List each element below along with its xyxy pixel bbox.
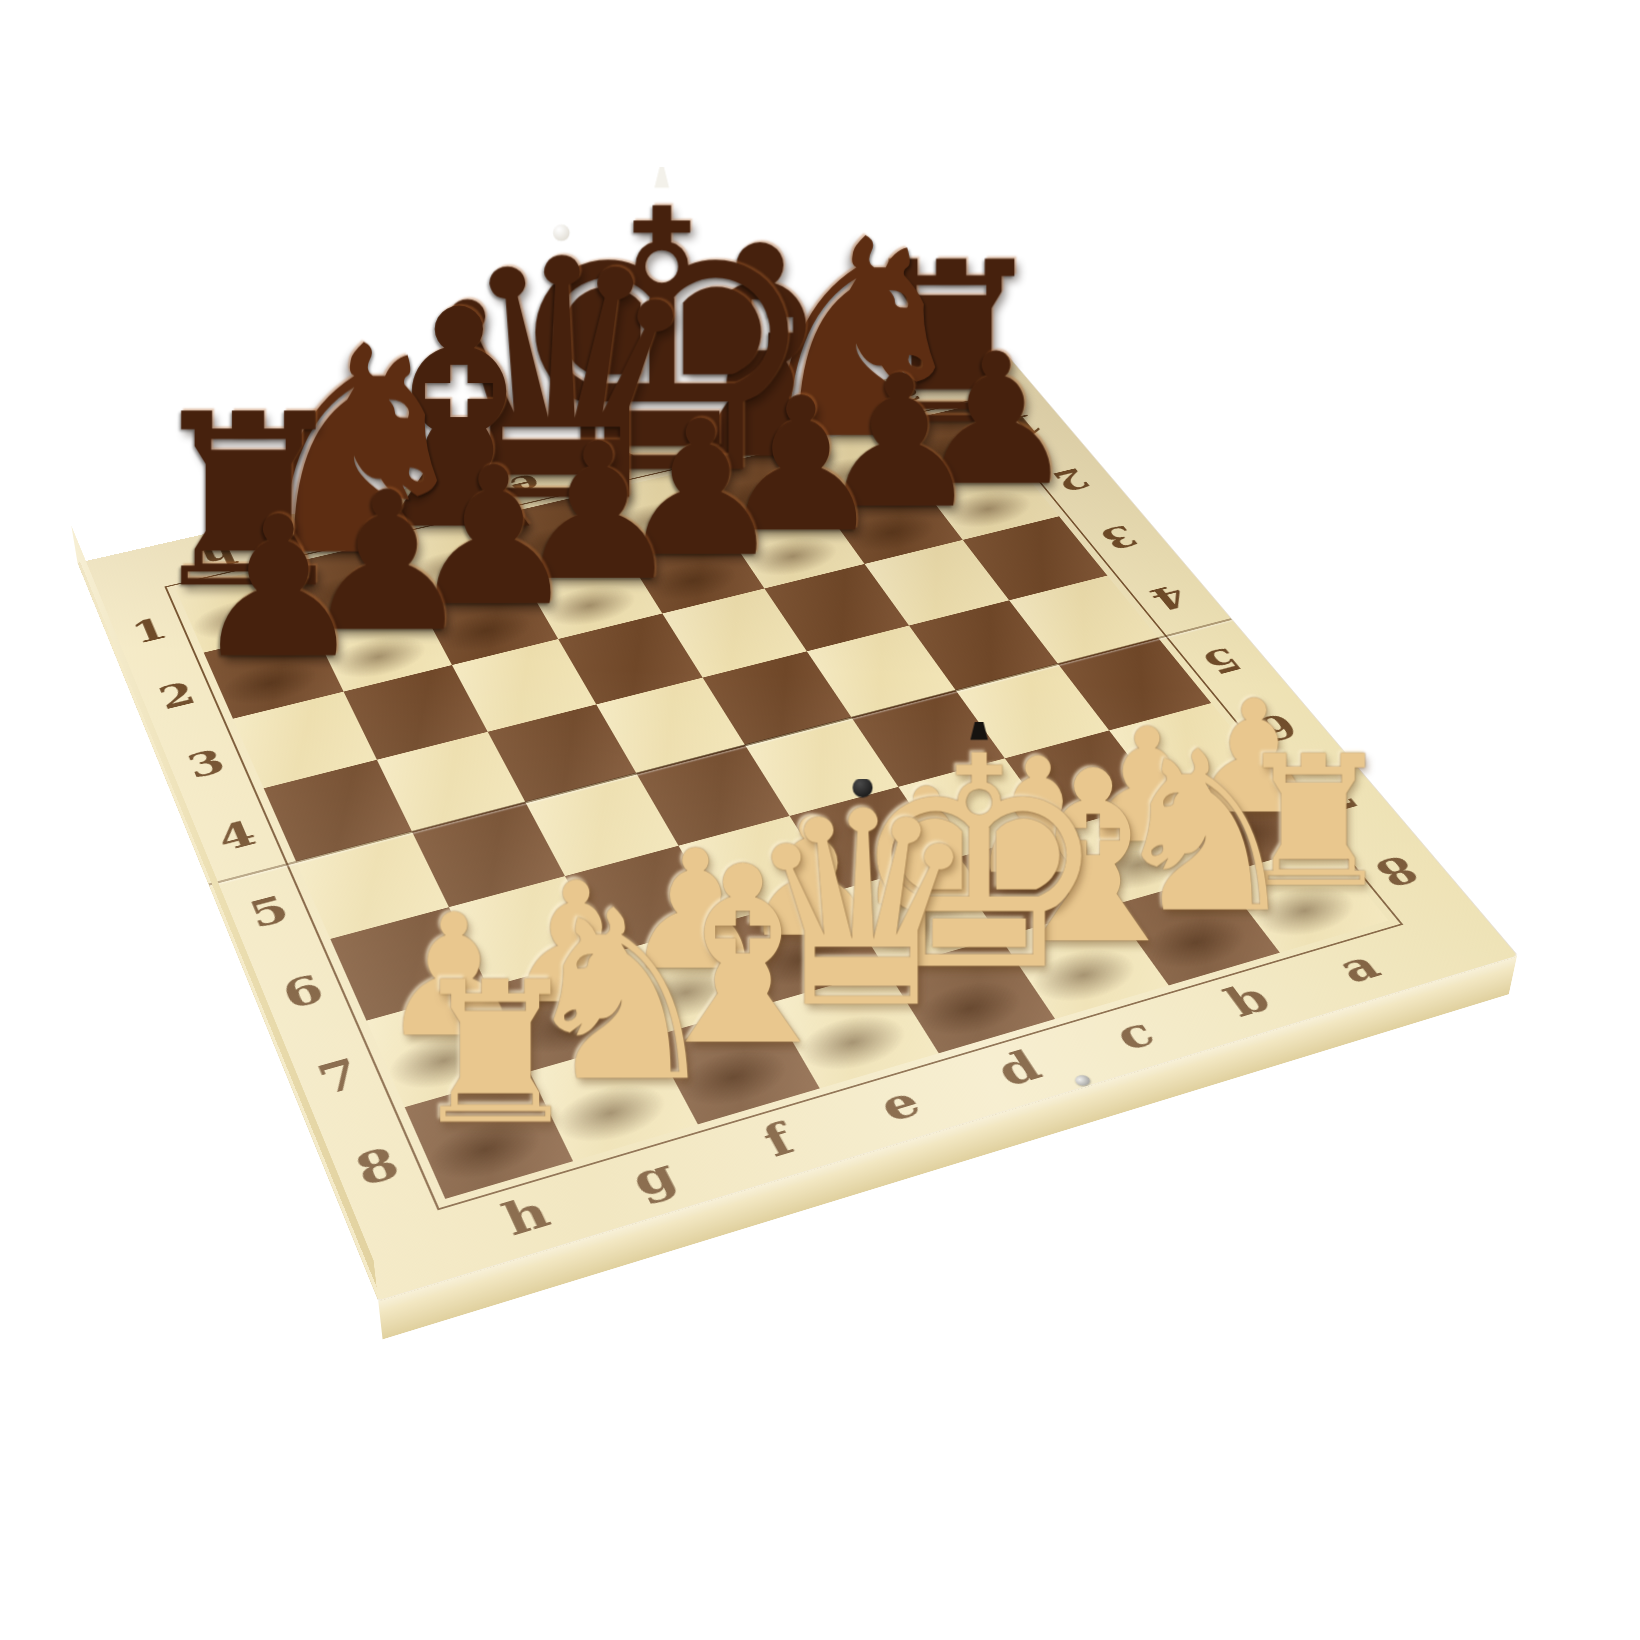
chess-board: 11hh22gg33ff44ee55dd66cc77bb88aa ♜♞♝♚♛♝♞…: [78, 352, 1518, 1300]
light-rook-icon: ♜: [408, 958, 583, 1150]
product-photo-scene: 11hh22gg33ff44ee55dd66cc77bb88aa ♜♞♝♚♛♝♞…: [0, 0, 1640, 1640]
king-finial-spike: [654, 159, 669, 188]
queen-finial-ball: [553, 224, 570, 241]
king-finial-spike: [970, 705, 988, 740]
queen-finial-ball: [852, 777, 872, 797]
